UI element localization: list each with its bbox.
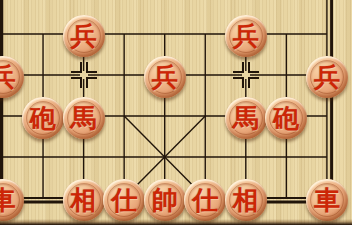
- point-marker-f3r4: [71, 62, 97, 88]
- elephant-glyph: 相: [71, 187, 97, 213]
- horse-glyph: 馬: [71, 105, 97, 131]
- cannon-glyph: 砲: [30, 105, 56, 131]
- piece-red-elephant-f3r1[interactable]: 相: [63, 179, 105, 221]
- piece-red-advisor-f6r1[interactable]: 仕: [184, 179, 226, 221]
- advisor-glyph: 仕: [192, 187, 218, 213]
- soldier-glyph: 兵: [314, 64, 340, 90]
- soldier-glyph: 兵: [233, 23, 259, 49]
- soldier-glyph: 兵: [152, 64, 178, 90]
- chariot-glyph: 車: [0, 187, 16, 213]
- piece-red-elephant-f7r1[interactable]: 相: [225, 179, 267, 221]
- horse-glyph: 馬: [233, 105, 259, 131]
- soldier-glyph: 兵: [0, 64, 16, 90]
- board-bottom-edge: [0, 219, 352, 225]
- chariot-glyph: 車: [314, 187, 340, 213]
- xiangqi-board: 兵兵兵兵兵砲馬馬砲車相仕帥仕相車: [0, 0, 352, 225]
- advisor-glyph: 仕: [111, 187, 137, 213]
- piece-red-general-f5r1[interactable]: 帥: [144, 179, 186, 221]
- piece-red-advisor-f4r1[interactable]: 仕: [103, 179, 145, 221]
- piece-red-chariot-f9r1[interactable]: 車: [306, 179, 348, 221]
- general-glyph: 帥: [152, 187, 178, 213]
- piece-red-soldier-f9r4[interactable]: 兵: [306, 56, 348, 98]
- soldier-glyph: 兵: [71, 23, 97, 49]
- piece-red-soldier-f3r5[interactable]: 兵: [63, 15, 105, 57]
- piece-red-cannon-f2r3[interactable]: 砲: [22, 97, 64, 139]
- elephant-glyph: 相: [233, 187, 259, 213]
- piece-red-soldier-f5r4[interactable]: 兵: [144, 56, 186, 98]
- cannon-glyph: 砲: [273, 105, 299, 131]
- point-marker-f7r4: [233, 62, 259, 88]
- piece-red-horse-f7r3[interactable]: 馬: [225, 97, 267, 139]
- piece-red-horse-f3r3[interactable]: 馬: [63, 97, 105, 139]
- piece-red-soldier-f7r5[interactable]: 兵: [225, 15, 267, 57]
